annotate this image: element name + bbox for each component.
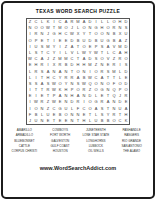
word-entry: CORPUS CHRISTI: [8, 149, 41, 154]
puzzle-title: TEXAS WORD SEARCH PUZZLE: [3, 8, 153, 14]
grid-cell: K: [123, 118, 129, 124]
word-list-column: AMARILLOARMADILLOBLUEBONNETCATTLECORPUS …: [8, 128, 41, 154]
word-list: AMARILLOARMADILLOBLUEBONNETCATTLECORPUS …: [8, 128, 148, 154]
word-search-grid: ZCLKICARMADILLOHDNOOWTMOJLONGHORNSIRNJGH…: [26, 18, 130, 125]
website-url: www.WordSearchAddict.com: [3, 165, 153, 171]
word-entry: HOUSTON: [44, 149, 77, 154]
word-entry: THE ALAMO: [115, 149, 148, 154]
word-list-column: COWBOYSFORT WORTHGALVESTONGULF COASTHOUS…: [44, 128, 77, 154]
word-entry: OIL WELLS: [80, 149, 113, 154]
word-entry: LONE STAR STATE: [80, 133, 113, 138]
page-border: TEXAS WORD SEARCH PUZZLE ZCLKICARMADILLO…: [1, 1, 155, 199]
word-list-column: PANHANDLERANGERSRIO GRANDESAN ANTONIOTHE…: [115, 128, 148, 154]
word-list-column: JUNETEENTHLONE STAR STATELONGHORNSLUBBOC…: [80, 128, 113, 154]
